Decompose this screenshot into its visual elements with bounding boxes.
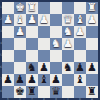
square-e7[interactable]: ♝ xyxy=(38,74,50,86)
black-pawn[interactable]: ♟ xyxy=(2,74,14,86)
black-rook[interactable]: ♜ xyxy=(86,86,98,98)
chess-app-window: ♚♜♜♟♝♟♟♛♝♟♟♞♟♞♟♞♟♞♟♟♟♟♟♝♟♝♚♜♛♜ 12345678h… xyxy=(0,0,100,100)
square-g4[interactable] xyxy=(14,38,26,50)
file-label-e: e xyxy=(38,98,50,100)
square-d8[interactable]: ♛ xyxy=(50,86,62,98)
square-d5[interactable] xyxy=(50,50,62,62)
file-label-f: f xyxy=(26,98,38,100)
white-pawn[interactable]: ♟ xyxy=(2,14,14,26)
square-e3[interactable] xyxy=(38,26,50,38)
square-d4[interactable]: ♞ xyxy=(50,38,62,50)
file-label-b: b xyxy=(74,98,86,100)
file-label-c: c xyxy=(62,98,74,100)
square-a4[interactable] xyxy=(86,38,98,50)
white-pawn[interactable]: ♟ xyxy=(86,14,98,26)
file-label-h: h xyxy=(2,98,14,100)
chess-board: ♚♜♜♟♝♟♟♛♝♟♟♞♟♞♟♞♟♞♟♟♟♟♟♝♟♝♚♜♛♜ xyxy=(2,2,98,98)
square-e4[interactable] xyxy=(38,38,50,50)
square-a2[interactable]: ♟ xyxy=(86,14,98,26)
square-d1[interactable] xyxy=(50,2,62,14)
square-h2[interactable]: ♟ xyxy=(2,14,14,26)
square-h4[interactable] xyxy=(2,38,14,50)
square-h7[interactable]: ♟ xyxy=(2,74,14,86)
square-f2[interactable]: ♟ xyxy=(26,14,38,26)
square-c8[interactable] xyxy=(62,86,74,98)
square-g8[interactable]: ♚ xyxy=(14,86,26,98)
square-c7[interactable] xyxy=(62,74,74,86)
square-g5[interactable] xyxy=(14,50,26,62)
square-h8[interactable] xyxy=(2,86,14,98)
square-e8[interactable] xyxy=(38,86,50,98)
square-d2[interactable] xyxy=(50,14,62,26)
square-a6[interactable]: ♟ xyxy=(86,62,98,74)
file-label-g: g xyxy=(14,98,26,100)
black-bishop[interactable]: ♝ xyxy=(38,74,50,86)
white-pawn[interactable]: ♟ xyxy=(26,14,38,26)
square-a3[interactable] xyxy=(86,26,98,38)
square-g3[interactable]: ♟ xyxy=(14,26,26,38)
square-c4[interactable]: ♟ xyxy=(62,38,74,50)
square-f8[interactable]: ♜ xyxy=(26,86,38,98)
square-b3[interactable]: ♟ xyxy=(74,26,86,38)
black-rook[interactable]: ♜ xyxy=(26,86,38,98)
black-queen[interactable]: ♛ xyxy=(50,86,62,98)
square-f4[interactable] xyxy=(26,38,38,50)
square-a8[interactable]: ♜ xyxy=(86,86,98,98)
black-pawn[interactable]: ♟ xyxy=(86,62,98,74)
square-h3[interactable] xyxy=(2,26,14,38)
white-pawn[interactable]: ♟ xyxy=(14,26,26,38)
black-bishop[interactable]: ♝ xyxy=(74,74,86,86)
white-pawn[interactable]: ♟ xyxy=(38,14,50,26)
square-h5[interactable] xyxy=(2,50,14,62)
square-b4[interactable] xyxy=(74,38,86,50)
black-knight[interactable]: ♞ xyxy=(62,62,74,74)
white-knight[interactable]: ♞ xyxy=(50,38,62,50)
square-b7[interactable]: ♝ xyxy=(74,74,86,86)
square-c6[interactable]: ♞ xyxy=(62,62,74,74)
file-label-d: d xyxy=(50,98,62,100)
black-king[interactable]: ♚ xyxy=(14,86,26,98)
square-e2[interactable]: ♟ xyxy=(38,14,50,26)
file-label-a: a xyxy=(86,98,98,100)
white-pawn[interactable]: ♟ xyxy=(74,26,86,38)
square-f3[interactable] xyxy=(26,26,38,38)
white-pawn[interactable]: ♟ xyxy=(62,38,74,50)
square-b8[interactable] xyxy=(74,86,86,98)
